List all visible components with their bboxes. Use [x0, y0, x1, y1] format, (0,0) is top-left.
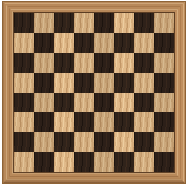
square-g8[interactable] [134, 13, 154, 33]
board-frame-bottom [3, 172, 185, 183]
square-b5[interactable] [34, 73, 54, 93]
square-h1[interactable] [154, 152, 174, 172]
square-b7[interactable] [34, 33, 54, 53]
board-grid [14, 13, 174, 172]
checkerboard [2, 1, 186, 184]
board-frame-right [174, 2, 185, 183]
square-g6[interactable] [134, 53, 154, 73]
square-a5[interactable] [14, 73, 34, 93]
square-f8[interactable] [114, 13, 134, 33]
square-a8[interactable] [14, 13, 34, 33]
square-f5[interactable] [114, 73, 134, 93]
square-c2[interactable] [54, 132, 74, 152]
square-a1[interactable] [14, 152, 34, 172]
square-c3[interactable] [54, 112, 74, 132]
square-f2[interactable] [114, 132, 134, 152]
square-a7[interactable] [14, 33, 34, 53]
square-e7[interactable] [94, 33, 114, 53]
square-e8[interactable] [94, 13, 114, 33]
square-b4[interactable] [34, 93, 54, 113]
square-g3[interactable] [134, 112, 154, 132]
square-h3[interactable] [154, 112, 174, 132]
square-c5[interactable] [54, 73, 74, 93]
square-b1[interactable] [34, 152, 54, 172]
square-f7[interactable] [114, 33, 134, 53]
board-frame-left [3, 2, 14, 183]
square-g4[interactable] [134, 93, 154, 113]
square-d7[interactable] [74, 33, 94, 53]
square-h6[interactable] [154, 53, 174, 73]
square-d4[interactable] [74, 93, 94, 113]
square-d1[interactable] [74, 152, 94, 172]
square-d2[interactable] [74, 132, 94, 152]
square-a2[interactable] [14, 132, 34, 152]
square-f3[interactable] [114, 112, 134, 132]
square-g2[interactable] [134, 132, 154, 152]
square-h5[interactable] [154, 73, 174, 93]
square-d8[interactable] [74, 13, 94, 33]
square-b2[interactable] [34, 132, 54, 152]
square-c8[interactable] [54, 13, 74, 33]
board-frame-top [3, 2, 185, 13]
square-c1[interactable] [54, 152, 74, 172]
square-a6[interactable] [14, 53, 34, 73]
square-b8[interactable] [34, 13, 54, 33]
square-e3[interactable] [94, 112, 114, 132]
square-g1[interactable] [134, 152, 154, 172]
photo-background [0, 0, 189, 189]
square-e6[interactable] [94, 53, 114, 73]
square-e1[interactable] [94, 152, 114, 172]
square-e2[interactable] [94, 132, 114, 152]
square-d6[interactable] [74, 53, 94, 73]
square-h8[interactable] [154, 13, 174, 33]
square-e4[interactable] [94, 93, 114, 113]
square-b3[interactable] [34, 112, 54, 132]
square-b6[interactable] [34, 53, 54, 73]
square-h2[interactable] [154, 132, 174, 152]
square-g5[interactable] [134, 73, 154, 93]
square-a4[interactable] [14, 93, 34, 113]
square-c7[interactable] [54, 33, 74, 53]
square-f4[interactable] [114, 93, 134, 113]
square-g7[interactable] [134, 33, 154, 53]
square-a3[interactable] [14, 112, 34, 132]
square-d5[interactable] [74, 73, 94, 93]
square-c6[interactable] [54, 53, 74, 73]
square-f6[interactable] [114, 53, 134, 73]
square-d3[interactable] [74, 112, 94, 132]
square-e5[interactable] [94, 73, 114, 93]
square-f1[interactable] [114, 152, 134, 172]
square-h4[interactable] [154, 93, 174, 113]
square-h7[interactable] [154, 33, 174, 53]
square-c4[interactable] [54, 93, 74, 113]
